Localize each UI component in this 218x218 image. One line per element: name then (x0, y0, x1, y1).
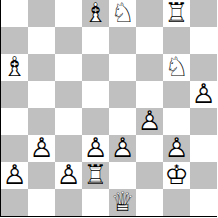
square-a8[interactable] (1, 0, 28, 27)
square-b5[interactable] (28, 81, 55, 108)
piece-outline-glyph: ♙ (55, 162, 82, 189)
white-knight-e8[interactable]: ♞♘ (109, 0, 136, 27)
square-b8[interactable] (28, 0, 55, 27)
square-e7[interactable] (109, 27, 136, 54)
square-d5[interactable] (82, 81, 109, 108)
square-d8[interactable]: ♝♗ (82, 0, 109, 27)
square-d7[interactable] (82, 27, 109, 54)
square-b1[interactable] (28, 189, 55, 216)
piece-outline-glyph: ♙ (190, 81, 217, 108)
square-h2[interactable] (190, 162, 217, 189)
piece-outline-glyph: ♙ (28, 135, 55, 162)
square-d1[interactable] (82, 189, 109, 216)
piece-outline-glyph: ♗ (82, 0, 109, 27)
square-b6[interactable] (28, 54, 55, 81)
white-pawn-e3[interactable]: ♟♙ (109, 135, 136, 162)
piece-outline-glyph: ♗ (1, 54, 28, 81)
square-a1[interactable] (1, 189, 28, 216)
square-f3[interactable] (136, 135, 163, 162)
square-c3[interactable] (55, 135, 82, 162)
chess-board: ♝♗♞♘♜♖♝♗♞♘♟♙♟♙♟♙♟♙♟♙♟♙♟♙♟♙♜♖♚♔♛♕ (0, 0, 217, 217)
square-a4[interactable] (1, 108, 28, 135)
square-a3[interactable] (1, 135, 28, 162)
white-king-g2[interactable]: ♚♔ (163, 162, 190, 189)
square-e5[interactable] (109, 81, 136, 108)
white-queen-e1[interactable]: ♛♕ (109, 189, 136, 216)
white-rook-g8[interactable]: ♜♖ (163, 0, 190, 27)
white-pawn-h5[interactable]: ♟♙ (190, 81, 217, 108)
square-c8[interactable] (55, 0, 82, 27)
square-e2[interactable] (109, 162, 136, 189)
piece-outline-glyph: ♙ (1, 162, 28, 189)
square-h4[interactable] (190, 108, 217, 135)
square-g1[interactable] (163, 189, 190, 216)
square-e1[interactable]: ♛♕ (109, 189, 136, 216)
square-d6[interactable] (82, 54, 109, 81)
square-b7[interactable] (28, 27, 55, 54)
square-d4[interactable] (82, 108, 109, 135)
white-knight-g6[interactable]: ♞♘ (163, 54, 190, 81)
piece-outline-glyph: ♘ (109, 0, 136, 27)
square-f6[interactable] (136, 54, 163, 81)
square-h3[interactable] (190, 135, 217, 162)
square-g4[interactable] (163, 108, 190, 135)
white-pawn-c2[interactable]: ♟♙ (55, 162, 82, 189)
square-c7[interactable] (55, 27, 82, 54)
piece-outline-glyph: ♙ (82, 135, 109, 162)
square-e4[interactable] (109, 108, 136, 135)
square-d2[interactable]: ♜♖ (82, 162, 109, 189)
square-f7[interactable] (136, 27, 163, 54)
square-a2[interactable]: ♟♙ (1, 162, 28, 189)
square-g6[interactable]: ♞♘ (163, 54, 190, 81)
square-f1[interactable] (136, 189, 163, 216)
white-rook-d2[interactable]: ♜♖ (82, 162, 109, 189)
piece-outline-glyph: ♙ (136, 108, 163, 135)
square-a7[interactable] (1, 27, 28, 54)
square-c6[interactable] (55, 54, 82, 81)
square-h6[interactable] (190, 54, 217, 81)
square-f8[interactable] (136, 0, 163, 27)
white-pawn-a2[interactable]: ♟♙ (1, 162, 28, 189)
square-c1[interactable] (55, 189, 82, 216)
piece-outline-glyph: ♙ (163, 135, 190, 162)
piece-outline-glyph: ♕ (109, 189, 136, 216)
square-c5[interactable] (55, 81, 82, 108)
piece-outline-glyph: ♖ (163, 0, 190, 27)
square-b4[interactable] (28, 108, 55, 135)
piece-outline-glyph: ♘ (163, 54, 190, 81)
square-h5[interactable]: ♟♙ (190, 81, 217, 108)
square-c4[interactable] (55, 108, 82, 135)
white-bishop-d8[interactable]: ♝♗ (82, 0, 109, 27)
square-b2[interactable] (28, 162, 55, 189)
square-g8[interactable]: ♜♖ (163, 0, 190, 27)
square-e8[interactable]: ♞♘ (109, 0, 136, 27)
square-f2[interactable] (136, 162, 163, 189)
square-a5[interactable] (1, 81, 28, 108)
white-pawn-b3[interactable]: ♟♙ (28, 135, 55, 162)
piece-outline-glyph: ♖ (82, 162, 109, 189)
chess-diagram: ♝♗♞♘♜♖♝♗♞♘♟♙♟♙♟♙♟♙♟♙♟♙♟♙♟♙♜♖♚♔♛♕ (0, 0, 218, 218)
square-h1[interactable] (190, 189, 217, 216)
square-h8[interactable] (190, 0, 217, 27)
square-e6[interactable] (109, 54, 136, 81)
white-pawn-g3[interactable]: ♟♙ (163, 135, 190, 162)
square-g2[interactable]: ♚♔ (163, 162, 190, 189)
square-h7[interactable] (190, 27, 217, 54)
square-g7[interactable] (163, 27, 190, 54)
square-b3[interactable]: ♟♙ (28, 135, 55, 162)
square-g3[interactable]: ♟♙ (163, 135, 190, 162)
square-g5[interactable] (163, 81, 190, 108)
square-f5[interactable] (136, 81, 163, 108)
square-d3[interactable]: ♟♙ (82, 135, 109, 162)
square-a6[interactable]: ♝♗ (1, 54, 28, 81)
square-c2[interactable]: ♟♙ (55, 162, 82, 189)
piece-outline-glyph: ♙ (109, 135, 136, 162)
white-pawn-d3[interactable]: ♟♙ (82, 135, 109, 162)
white-pawn-f4[interactable]: ♟♙ (136, 108, 163, 135)
white-bishop-a6[interactable]: ♝♗ (1, 54, 28, 81)
square-f4[interactable]: ♟♙ (136, 108, 163, 135)
piece-outline-glyph: ♔ (163, 162, 190, 189)
square-e3[interactable]: ♟♙ (109, 135, 136, 162)
